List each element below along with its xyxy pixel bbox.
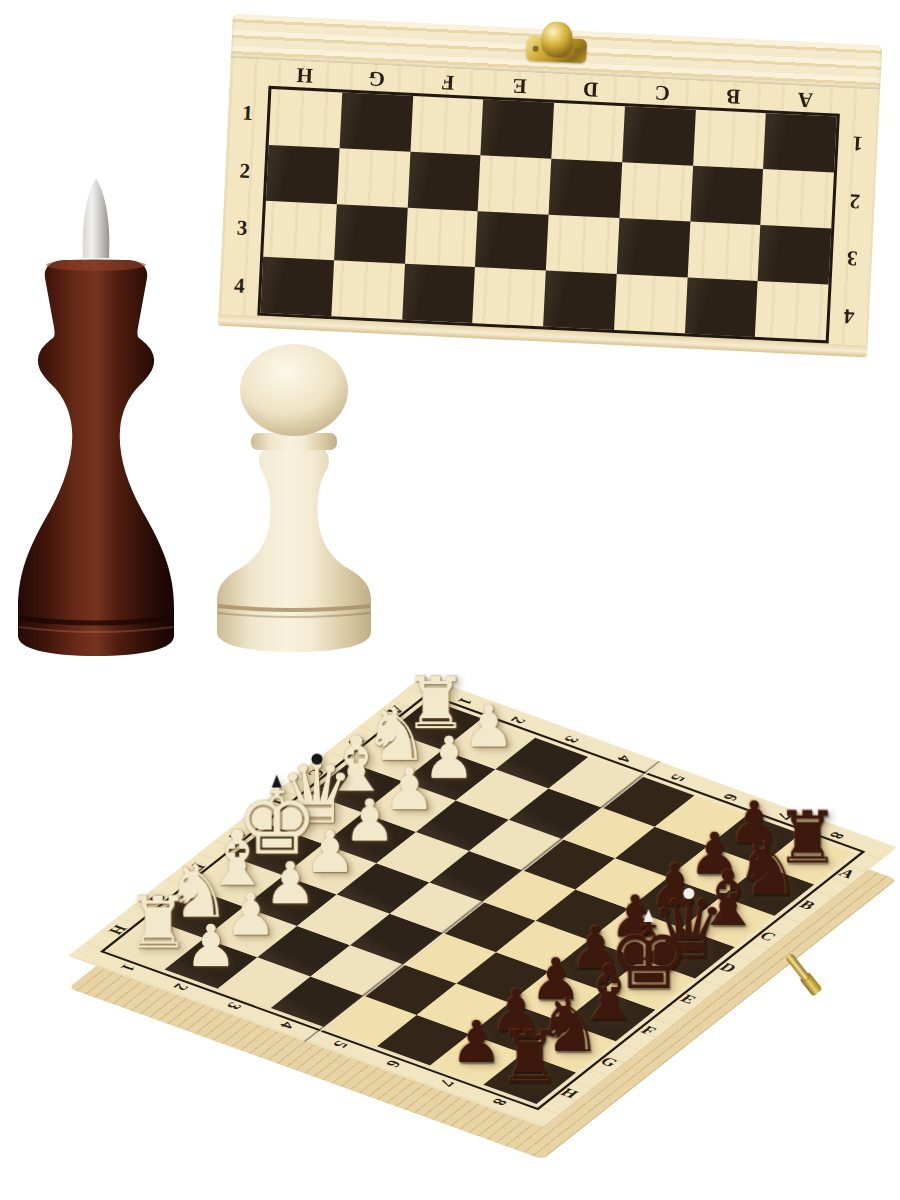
box-rank-number-left-1: 1 [242, 101, 254, 126]
file-letter-rank1-E: E [225, 830, 249, 842]
rank-number-afile-5: 5 [667, 773, 689, 783]
box-rank-number-left-4: 4 [233, 273, 245, 298]
box-square-f1 [410, 96, 483, 155]
file-letter-rank1-G: G [145, 892, 170, 905]
box-square-d2 [549, 159, 622, 218]
clasp-latch [524, 20, 590, 67]
rank-number-afile-6: 6 [720, 792, 742, 802]
box-square-a2 [761, 169, 834, 228]
box-square-b4 [684, 278, 757, 337]
rank-number-hfile-5: 5 [330, 1039, 352, 1049]
file-letter-rank8-G: G [597, 1055, 621, 1069]
rank-number-afile-1: 1 [455, 696, 477, 706]
rank-number-afile-3: 3 [561, 734, 583, 744]
king-body [18, 260, 174, 656]
clasp-hook-arm [785, 953, 810, 982]
box-square-b3 [687, 222, 760, 281]
box-square-h4 [260, 257, 333, 316]
product-photo-stage: HGFEDCBA 1234 1234 [0, 0, 900, 1200]
box-file-letter-A: A [768, 85, 841, 113]
box-file-letter-F: F [411, 67, 484, 95]
box-file-letter-B: B [697, 81, 770, 109]
box-square-c4 [614, 274, 687, 333]
box-square-e3 [475, 211, 548, 270]
box-file-letter-H: H [269, 60, 342, 88]
box-square-e4 [472, 267, 545, 326]
box-square-a3 [758, 225, 831, 284]
closed-box-face: HGFEDCBA 1234 1234 [218, 58, 880, 345]
rank-number-hfile-7: 7 [436, 1078, 458, 1088]
open-board: HGFEDCBAHGFEDCBA1234567812345678 ♜♞♝♚♛♝♞… [68, 676, 897, 1128]
box-square-d4 [543, 271, 616, 330]
box-square-h3 [263, 201, 336, 260]
file-letter-rank8-B: B [797, 898, 819, 911]
clasp-hook [779, 947, 827, 1000]
rank-number-hfile-4: 4 [277, 1020, 299, 1030]
box-square-a1 [763, 113, 836, 172]
king-white-cone-tip [83, 178, 110, 258]
pawn-ball-head [240, 344, 348, 436]
box-square-d1 [551, 103, 624, 162]
box-rank-number-right-4: 4 [844, 303, 856, 328]
file-letter-rank8-A: A [836, 867, 859, 880]
box-file-letter-G: G [340, 64, 413, 92]
queen-finial-ball [311, 754, 322, 765]
box-square-e2 [478, 155, 551, 214]
box-square-c1 [622, 106, 695, 165]
pawn-body [217, 447, 371, 652]
rank-number-afile-4: 4 [614, 754, 636, 764]
closed-box: HGFEDCBA 1234 1234 [218, 14, 883, 361]
box-file-letter-C: C [626, 78, 699, 106]
box-square-b1 [693, 110, 766, 169]
box-square-g1 [339, 92, 412, 151]
file-letter-rank1-A: A [384, 704, 408, 716]
box-square-a4 [755, 281, 828, 340]
box-square-d3 [546, 215, 619, 274]
file-letter-rank8-D: D [717, 961, 740, 974]
file-letter-rank1-H: H [106, 923, 131, 936]
closed-box-checkerboard [257, 86, 840, 344]
file-letter-rank8-H: H [558, 1086, 582, 1100]
file-letter-rank1-D: D [265, 798, 289, 810]
file-letter-rank8-F: F [638, 1024, 659, 1037]
box-square-g3 [334, 204, 407, 263]
file-letter-rank1-B: B [344, 736, 368, 748]
rank-number-hfile-1: 1 [117, 963, 139, 973]
box-square-h1 [269, 89, 342, 148]
box-square-e1 [481, 99, 554, 158]
rank-number-hfile-6: 6 [383, 1059, 405, 1069]
rank-number-hfile-8: 8 [489, 1097, 511, 1107]
box-rank-number-right-3: 3 [846, 246, 858, 271]
box-square-b2 [690, 166, 763, 225]
box-rank-number-left-3: 3 [236, 216, 248, 241]
box-file-letter-E: E [483, 71, 556, 99]
box-square-h2 [266, 145, 339, 204]
showcase-pawn-white [205, 340, 383, 658]
box-file-letter-D: D [554, 74, 627, 102]
file-letter-rank8-C: C [756, 930, 779, 943]
rank-number-afile-7: 7 [773, 811, 795, 821]
file-letter-rank1-C: C [304, 767, 328, 779]
box-square-f3 [405, 208, 478, 267]
box-rank-number-left-2: 2 [239, 158, 251, 183]
file-letter-rank8-E: E [677, 992, 699, 1005]
showcase-king-dark [8, 172, 188, 664]
king-finial-cone [272, 775, 282, 788]
box-square-g4 [331, 260, 404, 319]
box-square-f2 [407, 152, 480, 211]
box-rank-number-right-2: 2 [849, 188, 861, 213]
box-square-f4 [402, 264, 475, 323]
rank-number-afile-2: 2 [508, 715, 530, 725]
box-square-c3 [617, 218, 690, 277]
rank-number-afile-8: 8 [826, 830, 848, 840]
box-square-g2 [337, 148, 410, 207]
rank-number-hfile-2: 2 [170, 982, 192, 992]
rank-number-hfile-3: 3 [224, 1001, 246, 1011]
box-square-c2 [619, 162, 692, 221]
file-letter-rank1-F: F [186, 861, 209, 872]
box-rank-number-right-1: 1 [852, 131, 864, 156]
clasp-dome [541, 21, 573, 56]
